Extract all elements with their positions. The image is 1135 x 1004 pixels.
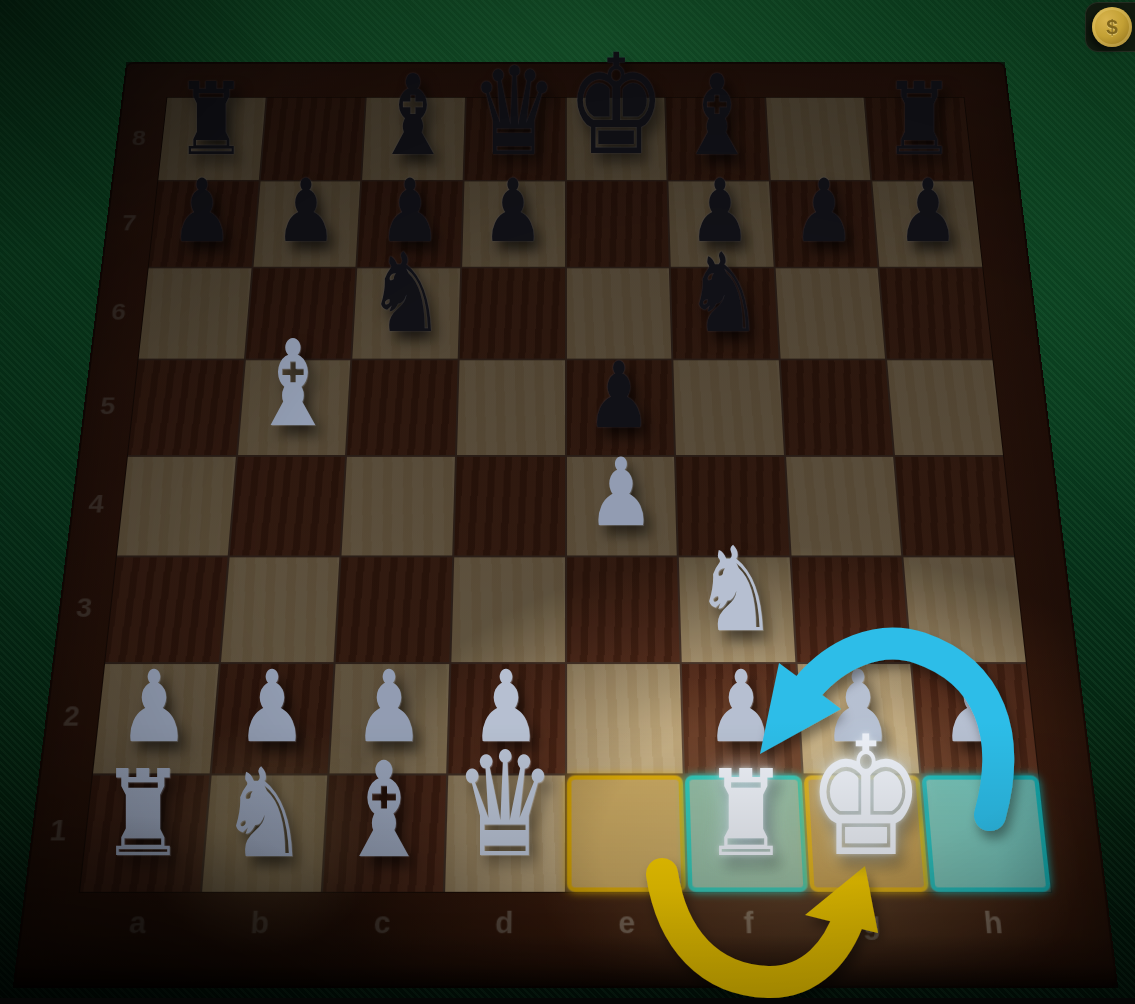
square-h6[interactable] — [879, 268, 991, 358]
black-pawn-g7[interactable]: ♟ — [793, 168, 855, 255]
square-e3[interactable] — [566, 557, 679, 661]
rank-label-3: 3 — [63, 593, 104, 623]
white-pawn-f2[interactable]: ♟ — [705, 657, 776, 756]
black-pawn-a7[interactable]: ♟ — [171, 168, 233, 255]
white-queen-d1[interactable]: ♛ — [453, 733, 557, 878]
square-h5[interactable] — [887, 360, 1002, 454]
rank-label-8: 8 — [120, 126, 156, 150]
coins-button[interactable]: $ — [1085, 2, 1135, 52]
black-pawn-b7[interactable]: ♟ — [275, 168, 337, 255]
square-a5[interactable] — [128, 360, 243, 454]
white-knight-f3[interactable]: ♞ — [694, 531, 778, 648]
square-g4[interactable] — [785, 456, 901, 555]
square-f5[interactable] — [673, 360, 783, 454]
square-g5[interactable] — [780, 360, 893, 454]
file-label-c: c — [358, 906, 404, 941]
black-bishop-c8[interactable]: ♝ — [373, 61, 453, 172]
black-rook-h8[interactable]: ♜ — [883, 70, 955, 170]
square-g3[interactable] — [791, 557, 910, 661]
square-b4[interactable] — [229, 456, 345, 555]
black-pawn-e5[interactable]: ♟ — [587, 350, 652, 441]
rank-label-7: 7 — [110, 211, 147, 236]
white-bishop-c1[interactable]: ♝ — [337, 744, 432, 876]
chess-game-scene: abcdefgh 87654321 ♜♝♛♚♝♜♟♟♟♟♟♟♟♞♞♝♟♟♞♟♟♟… — [0, 0, 1135, 1004]
square-e1[interactable] — [566, 775, 685, 891]
white-rook-a1[interactable]: ♜ — [101, 755, 186, 874]
square-e7[interactable] — [566, 181, 669, 267]
bottom-edge-bar — [0, 998, 1135, 1004]
black-pawn-d7[interactable]: ♟ — [482, 168, 544, 255]
rank-label-2: 2 — [50, 701, 92, 733]
rank-label-1: 1 — [36, 814, 79, 847]
rank-label-6: 6 — [99, 299, 137, 325]
white-rook-f1[interactable]: ♜ — [703, 755, 788, 874]
board-front-edge — [12, 935, 1118, 988]
white-bishop-b5[interactable]: ♝ — [251, 325, 336, 444]
square-d3[interactable] — [451, 557, 564, 661]
square-c5[interactable] — [347, 360, 457, 454]
file-label-a: a — [113, 906, 161, 941]
white-pawn-a2[interactable]: ♟ — [119, 657, 190, 756]
coin-symbol: $ — [1106, 15, 1118, 39]
black-bishop-f8[interactable]: ♝ — [677, 61, 757, 172]
coin-icon: $ — [1092, 7, 1132, 47]
square-a6[interactable] — [138, 268, 250, 358]
square-b3[interactable] — [220, 557, 339, 661]
square-g6[interactable] — [775, 268, 885, 358]
white-king-g1[interactable]: ♚ — [807, 715, 925, 880]
file-label-g: g — [847, 906, 894, 941]
square-a3[interactable] — [105, 557, 227, 661]
square-h1[interactable] — [921, 775, 1050, 891]
white-pawn-h2[interactable]: ♟ — [940, 657, 1011, 756]
square-d6[interactable] — [459, 268, 564, 358]
file-label-e: e — [604, 906, 649, 941]
square-d5[interactable] — [456, 360, 564, 454]
square-h4[interactable] — [895, 456, 1014, 555]
white-knight-b1[interactable]: ♞ — [220, 752, 308, 875]
rank-label-4: 4 — [76, 490, 116, 519]
square-d4[interactable] — [454, 456, 564, 555]
square-c4[interactable] — [341, 456, 454, 555]
square-c3[interactable] — [335, 557, 451, 661]
file-label-h: h — [969, 906, 1017, 941]
black-queen-d8[interactable]: ♛ — [471, 51, 559, 173]
square-h3[interactable] — [903, 557, 1025, 661]
black-king-e8[interactable]: ♚ — [566, 36, 666, 175]
square-e2[interactable] — [566, 663, 682, 773]
file-label-f: f — [725, 906, 771, 941]
black-knight-c6[interactable]: ♞ — [367, 239, 445, 348]
rank-label-5: 5 — [88, 392, 127, 419]
white-pawn-e4[interactable]: ♟ — [587, 446, 654, 540]
black-rook-a8[interactable]: ♜ — [175, 70, 247, 170]
black-pawn-h7[interactable]: ♟ — [896, 168, 958, 255]
file-label-d: d — [481, 906, 526, 941]
file-label-b: b — [236, 906, 283, 941]
square-a4[interactable] — [116, 456, 235, 555]
black-knight-f6[interactable]: ♞ — [685, 239, 763, 348]
